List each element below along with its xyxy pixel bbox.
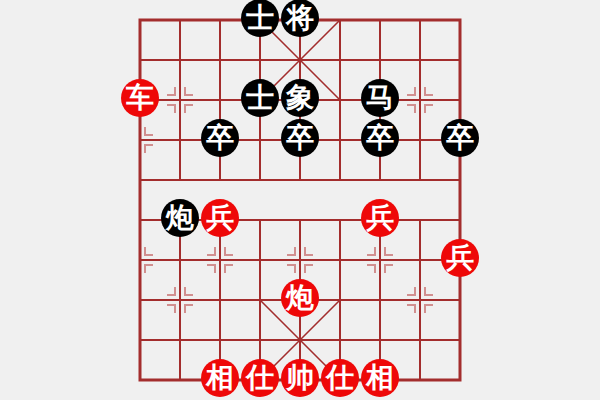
piece-black-elephant[interactable]: 象 [281, 79, 319, 117]
piece-red-elephant[interactable]: 相 [361, 359, 399, 397]
piece-black-pawn[interactable]: 卒 [361, 119, 399, 157]
piece-black-horse[interactable]: 马 [361, 79, 399, 117]
piece-red-elephant[interactable]: 相 [201, 359, 239, 397]
piece-red-advisor[interactable]: 仕 [321, 359, 359, 397]
piece-black-pawn[interactable]: 卒 [281, 119, 319, 157]
piece-red-pawn[interactable]: 兵 [201, 199, 239, 237]
piece-black-pawn[interactable]: 卒 [201, 119, 239, 157]
xiangqi-board-screen: 士将车士象马卒卒卒卒炮兵兵兵炮相仕帅仕相 [0, 0, 600, 400]
piece-red-chariot[interactable]: 车 [121, 79, 159, 117]
piece-red-king[interactable]: 帅 [281, 359, 319, 397]
piece-layer: 士将车士象马卒卒卒卒炮兵兵兵炮相仕帅仕相 [120, 0, 480, 400]
piece-red-advisor[interactable]: 仕 [241, 359, 279, 397]
piece-black-advisor[interactable]: 士 [241, 0, 279, 37]
piece-red-pawn[interactable]: 兵 [441, 239, 479, 277]
piece-black-advisor[interactable]: 士 [241, 79, 279, 117]
piece-black-general[interactable]: 将 [281, 0, 319, 37]
piece-red-pawn[interactable]: 兵 [361, 199, 399, 237]
piece-black-pawn[interactable]: 卒 [441, 119, 479, 157]
piece-red-cannon[interactable]: 炮 [281, 279, 319, 317]
piece-black-cannon[interactable]: 炮 [161, 199, 199, 237]
